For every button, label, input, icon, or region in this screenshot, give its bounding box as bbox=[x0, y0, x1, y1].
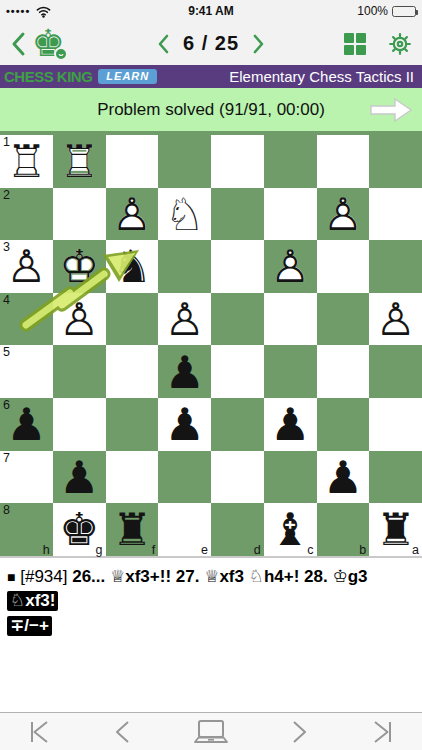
bottom-toolbar bbox=[0, 712, 422, 750]
square-h5[interactable]: 5 bbox=[0, 345, 53, 398]
file-label-f: f bbox=[152, 543, 155, 557]
gear-icon bbox=[388, 32, 412, 56]
square-f5[interactable] bbox=[106, 345, 159, 398]
file-label-h: h bbox=[43, 543, 50, 557]
square-f6[interactable] bbox=[106, 398, 159, 451]
square-g4[interactable]: ♟♙ bbox=[53, 293, 106, 346]
square-f8[interactable]: f♜ bbox=[106, 503, 159, 556]
square-c4[interactable] bbox=[264, 293, 317, 346]
black-pawn: ♟ bbox=[158, 398, 211, 451]
next-move-button[interactable] bbox=[291, 719, 309, 745]
square-g1[interactable]: ♜♖ bbox=[53, 135, 106, 188]
navigation-bar: ♚ ᴗ 6 / 25 bbox=[0, 22, 422, 65]
square-a4[interactable]: ♟♙ bbox=[369, 293, 422, 346]
file-label-g: g bbox=[96, 543, 103, 557]
square-e6[interactable]: ♟ bbox=[158, 398, 211, 451]
white-pawn: ♟♙ bbox=[158, 293, 211, 346]
black-pawn: ♟ bbox=[264, 398, 317, 451]
square-f3[interactable]: ♞ bbox=[106, 240, 159, 293]
rank-label-1: 1 bbox=[3, 135, 10, 149]
square-a6[interactable] bbox=[369, 398, 422, 451]
square-d7[interactable] bbox=[211, 451, 264, 504]
square-h6[interactable]: 6♟ bbox=[0, 398, 53, 451]
square-f7[interactable] bbox=[106, 451, 159, 504]
file-label-b: b bbox=[359, 543, 366, 557]
go-to-end-button[interactable] bbox=[370, 719, 396, 745]
next-arrow-button[interactable] bbox=[368, 96, 414, 124]
last-move-highlight[interactable]: ♘xf3! bbox=[7, 591, 58, 611]
square-f1[interactable] bbox=[106, 135, 159, 188]
file-label-a: a bbox=[412, 543, 419, 557]
square-a8[interactable]: a♜ bbox=[369, 503, 422, 556]
chevron-left-icon bbox=[157, 34, 169, 54]
next-arrow-icon bbox=[368, 96, 414, 124]
side-to-move-marker: ■ bbox=[7, 569, 15, 585]
square-e4[interactable]: ♟♙ bbox=[158, 293, 211, 346]
square-b6[interactable] bbox=[317, 398, 370, 451]
move-notation: ■ [#934] 26... ♕xf3+!! 27. ♕xf3 ♘h4+! 28… bbox=[0, 558, 422, 637]
square-f4[interactable] bbox=[106, 293, 159, 346]
rank-label-3: 3 bbox=[3, 240, 10, 254]
back-chevron-icon bbox=[10, 31, 26, 57]
square-c2[interactable] bbox=[264, 188, 317, 241]
black-rook: ♜ bbox=[106, 503, 159, 556]
square-h8[interactable]: 8h bbox=[0, 503, 53, 556]
square-b2[interactable]: ♟♙ bbox=[317, 188, 370, 241]
problem-status-text: Problem solved (91/91, 00:00) bbox=[97, 100, 325, 120]
square-d4[interactable] bbox=[211, 293, 264, 346]
square-h4[interactable]: 4 bbox=[0, 293, 53, 346]
spacer bbox=[0, 637, 422, 712]
white-pawn: ♟♙ bbox=[106, 188, 159, 241]
square-c1[interactable] bbox=[264, 135, 317, 188]
chevron-right-icon bbox=[253, 34, 265, 54]
square-e7[interactable] bbox=[158, 451, 211, 504]
rank-label-7: 7 bbox=[3, 451, 10, 465]
square-f2[interactable]: ♟♙ bbox=[106, 188, 159, 241]
rank-label-4: 4 bbox=[3, 293, 10, 307]
square-c8[interactable]: c♝ bbox=[264, 503, 317, 556]
square-c6[interactable]: ♟ bbox=[264, 398, 317, 451]
square-e3[interactable] bbox=[158, 240, 211, 293]
white-rook: ♜♖ bbox=[53, 135, 106, 188]
file-label-c: c bbox=[307, 543, 313, 557]
problem-counter: 6 / 25 bbox=[183, 32, 239, 55]
white-pawn: ♟♙ bbox=[369, 293, 422, 346]
evaluation-badge: ∓/−+ bbox=[7, 616, 52, 636]
square-h2[interactable]: 2 bbox=[0, 188, 53, 241]
brand-name: CHESS KING bbox=[4, 68, 92, 85]
logo-face-icon: ᴗ bbox=[54, 47, 68, 61]
square-b5[interactable] bbox=[317, 345, 370, 398]
chevron-left-icon bbox=[113, 719, 131, 745]
chess-king-logo: ♚ ᴗ bbox=[28, 26, 68, 62]
white-pawn: ♟♙ bbox=[317, 188, 370, 241]
square-d8[interactable]: d bbox=[211, 503, 264, 556]
board-grid: 1♜♖♜♖2♟♙♞♘♟♙3♟♙♚♔♞♟♙4♟♙♟♙♟♙5♟6♟♟♟7♟♟8hg♚… bbox=[0, 135, 422, 556]
square-g8[interactable]: g♚ bbox=[53, 503, 106, 556]
problem-id: [#934] bbox=[20, 567, 67, 586]
square-g7[interactable]: ♟ bbox=[53, 451, 106, 504]
white-pawn: ♟♙ bbox=[264, 240, 317, 293]
square-a5[interactable] bbox=[369, 345, 422, 398]
battery-icon bbox=[392, 6, 416, 17]
laptop-icon bbox=[192, 718, 230, 746]
rank-label-8: 8 bbox=[3, 503, 10, 517]
learn-badge: LEARN bbox=[98, 69, 157, 84]
skip-to-end-icon bbox=[370, 719, 396, 745]
problem-list-button[interactable] bbox=[344, 33, 366, 55]
square-d1[interactable] bbox=[211, 135, 264, 188]
square-g6[interactable] bbox=[53, 398, 106, 451]
square-h7[interactable]: 7 bbox=[0, 451, 53, 504]
previous-problem-button[interactable] bbox=[157, 34, 169, 54]
chess-board: 1♜♖♜♖2♟♙♞♘♟♙3♟♙♚♔♞♟♙4♟♙♟♙♟♙5♟6♟♟♟7♟♟8hg♚… bbox=[0, 131, 422, 558]
file-label-e: e bbox=[201, 543, 208, 557]
rank-label-5: 5 bbox=[3, 345, 10, 359]
square-c7[interactable] bbox=[264, 451, 317, 504]
settings-button[interactable] bbox=[388, 32, 412, 56]
black-pawn: ♟ bbox=[158, 345, 211, 398]
white-pawn: ♟♙ bbox=[53, 293, 106, 346]
square-h1[interactable]: 1♜♖ bbox=[0, 135, 53, 188]
square-a7[interactable] bbox=[369, 451, 422, 504]
white-knight: ♞♘ bbox=[158, 188, 211, 241]
white-king: ♚♔ bbox=[53, 240, 106, 293]
go-to-start-button[interactable] bbox=[26, 719, 52, 745]
square-d5[interactable] bbox=[211, 345, 264, 398]
square-b3[interactable] bbox=[317, 240, 370, 293]
rank-label-2: 2 bbox=[3, 188, 10, 202]
battery-percent: 100% bbox=[357, 4, 388, 18]
brand-bar: CHESS KING LEARN Elementary Chess Tactic… bbox=[0, 65, 422, 88]
square-b4[interactable] bbox=[317, 293, 370, 346]
square-b8[interactable]: b bbox=[317, 503, 370, 556]
skip-to-start-icon bbox=[26, 719, 52, 745]
course-title: Elementary Chess Tactics II bbox=[229, 68, 418, 85]
next-problem-button[interactable] bbox=[253, 34, 265, 54]
square-h3[interactable]: 3♟♙ bbox=[0, 240, 53, 293]
square-b1[interactable] bbox=[317, 135, 370, 188]
square-d2[interactable] bbox=[211, 188, 264, 241]
app-screen: ••••• 9:41 AM 100% ♚ ᴗ bbox=[0, 0, 422, 750]
black-pawn: ♟ bbox=[317, 451, 370, 504]
grid-icon bbox=[344, 33, 366, 55]
black-knight: ♞ bbox=[106, 240, 159, 293]
status-bar: ••••• 9:41 AM 100% bbox=[0, 0, 422, 22]
square-d6[interactable] bbox=[211, 398, 264, 451]
black-pawn: ♟ bbox=[53, 451, 106, 504]
square-g2[interactable] bbox=[53, 188, 106, 241]
analysis-board-button[interactable] bbox=[192, 718, 230, 746]
file-label-d: d bbox=[254, 543, 261, 557]
problem-status-banner: Problem solved (91/91, 00:00) bbox=[0, 88, 422, 131]
rank-label-6: 6 bbox=[3, 398, 10, 412]
square-a2[interactable] bbox=[369, 188, 422, 241]
square-c5[interactable] bbox=[264, 345, 317, 398]
square-e1[interactable] bbox=[158, 135, 211, 188]
square-d3[interactable] bbox=[211, 240, 264, 293]
square-e5[interactable]: ♟ bbox=[158, 345, 211, 398]
square-g3[interactable]: ♚♔ bbox=[53, 240, 106, 293]
move-list: 26... ♕xf3+!! 27. ♕xf3 ♘h4+! 28. ♔g3 bbox=[72, 567, 367, 586]
back-button[interactable] bbox=[10, 31, 26, 57]
square-a3[interactable] bbox=[369, 240, 422, 293]
square-e2[interactable]: ♞♘ bbox=[158, 188, 211, 241]
square-b7[interactable]: ♟ bbox=[317, 451, 370, 504]
chevron-right-icon bbox=[291, 719, 309, 745]
previous-move-button[interactable] bbox=[113, 719, 131, 745]
square-c3[interactable]: ♟♙ bbox=[264, 240, 317, 293]
square-a1[interactable] bbox=[369, 135, 422, 188]
square-e8[interactable]: e bbox=[158, 503, 211, 556]
square-g5[interactable] bbox=[53, 345, 106, 398]
